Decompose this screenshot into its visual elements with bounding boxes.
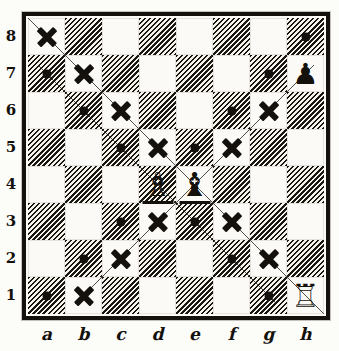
dot-mark-e5 [191, 144, 199, 152]
dot-mark-e3 [191, 218, 199, 226]
square-g4[interactable] [250, 166, 287, 203]
rank-label-7: 7 [2, 55, 20, 92]
square-c3[interactable] [102, 203, 139, 240]
piece-black-bishop-e4[interactable]: ♝ [180, 167, 210, 203]
square-g1[interactable] [250, 277, 287, 314]
square-e8[interactable] [176, 18, 213, 55]
square-c6[interactable] [102, 92, 139, 129]
square-d5[interactable] [139, 129, 176, 166]
file-label-e: e [176, 322, 213, 346]
square-h2[interactable] [287, 240, 324, 277]
chess-board: ♟♗♝♖ [28, 18, 324, 314]
dot-mark-b2 [80, 255, 88, 263]
x-mark-f3 [220, 210, 243, 233]
square-a6[interactable] [28, 92, 65, 129]
square-f6[interactable] [213, 92, 250, 129]
square-e2[interactable] [176, 240, 213, 277]
piece-black-pawn-h7[interactable]: ♟ [293, 56, 319, 92]
square-d4[interactable]: ♗ [139, 166, 176, 203]
piece-white-bishop-d4[interactable]: ♗ [143, 167, 173, 203]
rank-label-2: 2 [2, 240, 20, 277]
square-f7[interactable] [213, 55, 250, 92]
file-label-a: a [28, 322, 65, 346]
chess-diagram: 87654321 abcdefgh ♟♗♝♖ [0, 0, 339, 351]
square-b1[interactable] [65, 277, 102, 314]
x-mark-b1 [72, 284, 95, 307]
dot-mark-g1 [265, 292, 273, 300]
piece-white-rook-h1[interactable]: ♖ [291, 278, 320, 314]
square-d2[interactable] [139, 240, 176, 277]
square-f1[interactable] [213, 277, 250, 314]
square-a4[interactable] [28, 166, 65, 203]
square-h4[interactable] [287, 166, 324, 203]
rank-labels: 87654321 [0, 0, 20, 351]
square-f2[interactable] [213, 240, 250, 277]
square-c7[interactable] [102, 55, 139, 92]
square-a1[interactable] [28, 277, 65, 314]
rank-label-8: 8 [2, 18, 20, 55]
square-b4[interactable] [65, 166, 102, 203]
square-d3[interactable] [139, 203, 176, 240]
square-e1[interactable] [176, 277, 213, 314]
square-h6[interactable] [287, 92, 324, 129]
dot-mark-c5 [117, 144, 125, 152]
x-mark-a8 [35, 25, 58, 48]
rank-label-5: 5 [2, 129, 20, 166]
square-a8[interactable] [28, 18, 65, 55]
file-label-f: f [213, 322, 250, 346]
dot-mark-c3 [117, 218, 125, 226]
square-g2[interactable] [250, 240, 287, 277]
x-mark-f5 [220, 136, 243, 159]
square-a2[interactable] [28, 240, 65, 277]
file-label-c: c [102, 322, 139, 346]
square-c1[interactable] [102, 277, 139, 314]
rank-label-3: 3 [2, 203, 20, 240]
x-mark-g2 [257, 247, 280, 270]
dot-mark-a7 [43, 70, 51, 78]
square-b2[interactable] [65, 240, 102, 277]
x-mark-d5 [146, 136, 169, 159]
square-h7[interactable]: ♟ [287, 55, 324, 92]
square-d8[interactable] [139, 18, 176, 55]
x-mark-c6 [109, 99, 132, 122]
square-b8[interactable] [65, 18, 102, 55]
square-e3[interactable] [176, 203, 213, 240]
square-h8[interactable] [287, 18, 324, 55]
file-label-h: h [287, 322, 324, 346]
square-f8[interactable] [213, 18, 250, 55]
square-d7[interactable] [139, 55, 176, 92]
square-h1[interactable]: ♖ [287, 277, 324, 314]
square-f5[interactable] [213, 129, 250, 166]
file-label-d: d [139, 322, 176, 346]
square-g6[interactable] [250, 92, 287, 129]
rank-label-1: 1 [2, 277, 20, 314]
square-a3[interactable] [28, 203, 65, 240]
square-h3[interactable] [287, 203, 324, 240]
x-mark-d3 [146, 210, 169, 233]
square-c4[interactable] [102, 166, 139, 203]
x-mark-b7 [72, 62, 95, 85]
dot-mark-g7 [265, 70, 273, 78]
square-c2[interactable] [102, 240, 139, 277]
dot-mark-f6 [228, 107, 236, 115]
square-g8[interactable] [250, 18, 287, 55]
square-g5[interactable] [250, 129, 287, 166]
dot-mark-f2 [228, 255, 236, 263]
square-f4[interactable] [213, 166, 250, 203]
square-f3[interactable] [213, 203, 250, 240]
rank-label-4: 4 [2, 166, 20, 203]
square-h5[interactable] [287, 129, 324, 166]
dot-mark-b6 [80, 107, 88, 115]
dot-mark-a1 [43, 292, 51, 300]
square-d6[interactable] [139, 92, 176, 129]
square-a7[interactable] [28, 55, 65, 92]
square-g7[interactable] [250, 55, 287, 92]
square-c8[interactable] [102, 18, 139, 55]
square-d1[interactable] [139, 277, 176, 314]
square-b7[interactable] [65, 55, 102, 92]
x-mark-c2 [109, 247, 132, 270]
dot-mark-h8 [302, 33, 310, 41]
square-e7[interactable] [176, 55, 213, 92]
square-b5[interactable] [65, 129, 102, 166]
square-a5[interactable] [28, 129, 65, 166]
file-label-g: g [250, 322, 287, 346]
rank-label-6: 6 [2, 92, 20, 129]
square-c5[interactable] [102, 129, 139, 166]
square-e6[interactable] [176, 92, 213, 129]
square-e5[interactable] [176, 129, 213, 166]
square-b3[interactable] [65, 203, 102, 240]
square-g3[interactable] [250, 203, 287, 240]
square-e4[interactable]: ♝ [176, 166, 213, 203]
square-b6[interactable] [65, 92, 102, 129]
board-frame: ♟♗♝♖ [22, 12, 330, 320]
x-mark-g6 [257, 99, 280, 122]
file-label-b: b [65, 322, 102, 346]
